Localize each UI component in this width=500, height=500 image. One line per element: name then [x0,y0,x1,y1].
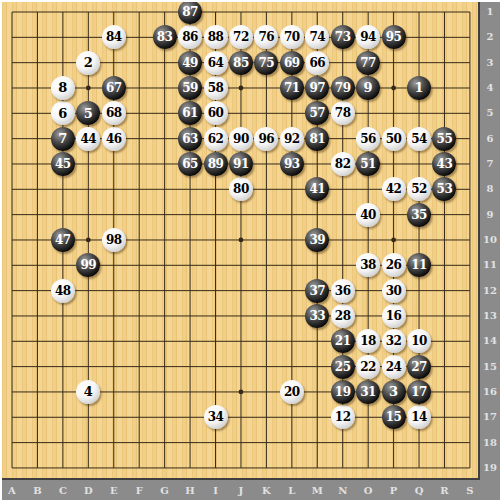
stone-66: 66 [305,51,329,75]
column-label-L: L [284,482,300,500]
column-label-O: O [360,482,376,500]
stone-5: 5 [76,101,100,125]
stone-42: 42 [382,177,406,201]
row-label-3: 3 [480,57,500,69]
stone-45: 45 [51,152,75,176]
stone-19: 19 [331,380,355,404]
stone-99: 99 [76,253,100,277]
stone-48: 48 [51,279,75,303]
stone-71: 71 [280,76,304,100]
stone-62: 62 [204,127,228,151]
stone-80: 80 [229,177,253,201]
stone-60: 60 [204,101,228,125]
stone-58: 58 [204,76,228,100]
column-label-J: J [233,482,249,500]
column-label-H: H [182,482,198,500]
stone-38: 38 [356,253,380,277]
stone-76: 76 [254,25,278,49]
column-label-N: N [335,482,351,500]
stone-44: 44 [76,127,100,151]
stone-27: 27 [407,355,431,379]
row-label-17: 17 [480,411,500,423]
column-label-Q: Q [411,482,427,500]
stone-31: 31 [356,380,380,404]
column-label-C: C [55,482,71,500]
column-label-K: K [258,482,274,500]
stone-69: 69 [280,51,304,75]
stone-18: 18 [356,329,380,353]
stone-49: 49 [178,51,202,75]
stone-26: 26 [382,253,406,277]
stone-67: 67 [102,76,126,100]
stone-59: 59 [178,76,202,100]
row-label-4: 4 [480,82,500,94]
stone-21: 21 [331,329,355,353]
stones-grid: 1234567891011121415161718192021222425262… [0,0,483,481]
stone-88: 88 [204,25,228,49]
stone-75: 75 [254,51,278,75]
column-label-D: D [80,482,96,500]
stone-8: 8 [51,76,75,100]
row-label-7: 7 [480,158,500,170]
stone-85: 85 [229,51,253,75]
stone-35: 35 [407,203,431,227]
stone-73: 73 [331,25,355,49]
column-label-F: F [131,482,147,500]
stone-61: 61 [178,101,202,125]
stone-39: 39 [305,228,329,252]
stone-14: 14 [407,405,431,429]
stone-57: 57 [305,101,329,125]
stone-78: 78 [331,101,355,125]
stone-10: 10 [407,329,431,353]
stone-51: 51 [356,152,380,176]
row-label-9: 9 [480,209,500,221]
stone-79: 79 [331,76,355,100]
stone-54: 54 [407,127,431,151]
column-label-S: S [462,482,478,500]
stone-77: 77 [356,51,380,75]
column-label-G: G [157,482,173,500]
row-label-1: 1 [480,6,500,18]
stone-90: 90 [229,127,253,151]
column-label-P: P [386,482,402,500]
stone-72: 72 [229,25,253,49]
stone-87: 87 [178,0,202,24]
row-label-11: 11 [480,259,500,271]
column-label-M: M [309,482,325,500]
stone-65: 65 [178,152,202,176]
column-label-R: R [436,482,452,500]
stone-1: 1 [407,76,431,100]
stone-81: 81 [305,127,329,151]
stone-36: 36 [331,279,355,303]
stone-9: 9 [356,76,380,100]
stone-3: 3 [382,380,406,404]
stone-4: 4 [76,380,100,404]
row-label-6: 6 [480,133,500,145]
stone-46: 46 [102,127,126,151]
stone-95: 95 [382,25,406,49]
go-diagram: 1234567891011121415161718192021222425262… [0,0,500,500]
row-label-2: 2 [480,31,500,43]
window-edge-left [0,0,2,500]
column-label-A: A [4,482,20,500]
stone-24: 24 [382,355,406,379]
row-label-12: 12 [480,285,500,297]
stone-2: 2 [76,51,100,75]
stone-12: 12 [331,405,355,429]
row-label-13: 13 [480,310,500,322]
stone-55: 55 [432,127,456,151]
stone-16: 16 [382,304,406,328]
stone-41: 41 [305,177,329,201]
row-label-18: 18 [480,437,500,449]
column-label-E: E [106,482,122,500]
stone-11: 11 [407,253,431,277]
stone-74: 74 [305,25,329,49]
row-label-14: 14 [480,335,500,347]
stone-92: 92 [280,127,304,151]
stone-86: 86 [178,25,202,49]
stone-84: 84 [102,25,126,49]
stone-70: 70 [280,25,304,49]
stone-20: 20 [280,380,304,404]
stone-96: 96 [254,127,278,151]
stone-6: 6 [51,101,75,125]
stone-47: 47 [51,228,75,252]
stone-98: 98 [102,228,126,252]
row-label-19: 19 [480,462,500,474]
row-label-16: 16 [480,386,500,398]
stone-40: 40 [356,203,380,227]
go-board: 1234567891011121415161718192021222425262… [0,0,480,480]
stone-89: 89 [204,152,228,176]
stone-7: 7 [51,127,75,151]
stone-63: 63 [178,127,202,151]
stone-68: 68 [102,101,126,125]
stone-91: 91 [229,152,253,176]
stone-94: 94 [356,25,380,49]
stone-34: 34 [204,405,228,429]
stone-97: 97 [305,76,329,100]
row-label-15: 15 [480,361,500,373]
stone-17: 17 [407,380,431,404]
row-label-10: 10 [480,234,500,246]
window-edge-top [0,0,500,2]
stone-43: 43 [432,152,456,176]
stone-28: 28 [331,304,355,328]
stone-83: 83 [153,25,177,49]
stone-52: 52 [407,177,431,201]
stone-25: 25 [331,355,355,379]
stone-53: 53 [432,177,456,201]
stone-32: 32 [382,329,406,353]
stone-56: 56 [356,127,380,151]
stone-64: 64 [204,51,228,75]
stone-50: 50 [382,127,406,151]
stone-22: 22 [356,355,380,379]
stone-93: 93 [280,152,304,176]
row-label-5: 5 [480,107,500,119]
stone-30: 30 [382,279,406,303]
stone-37: 37 [305,279,329,303]
column-label-I: I [208,482,224,500]
stone-15: 15 [382,405,406,429]
stone-33: 33 [305,304,329,328]
column-label-B: B [29,482,45,500]
row-label-8: 8 [480,183,500,195]
stone-82: 82 [331,152,355,176]
